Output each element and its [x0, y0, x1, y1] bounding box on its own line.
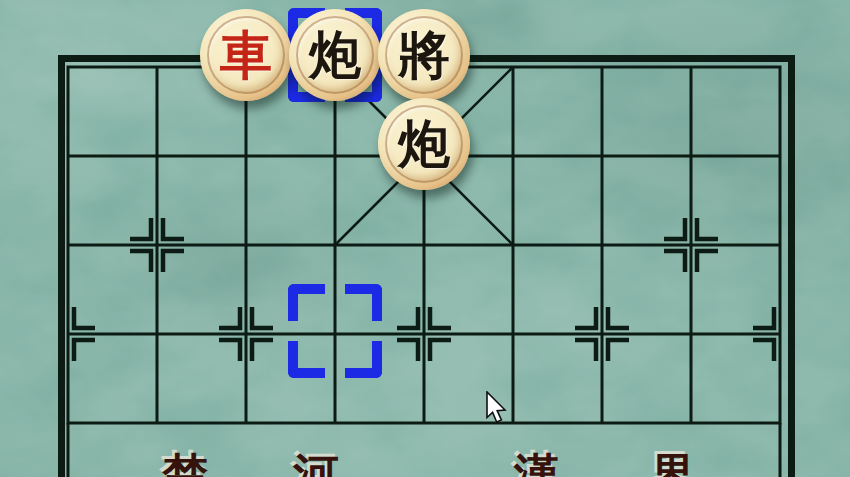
- piece-glyph: 炮: [398, 118, 450, 170]
- piece-face: 炮: [385, 105, 463, 183]
- position-marker-h8: [697, 251, 718, 272]
- position-marker-h8: [664, 218, 685, 239]
- position-marker-h8: [697, 218, 718, 239]
- position-marker-e7: [397, 340, 418, 361]
- position-marker-a7: [74, 307, 95, 328]
- piece-face: 將: [385, 16, 463, 94]
- position-marker-a7: [74, 340, 95, 361]
- piece-face: 車: [207, 16, 285, 94]
- position-marker-c7: [252, 307, 273, 328]
- river-char: 界: [649, 448, 696, 477]
- piece-glyph: 將: [398, 29, 450, 81]
- position-marker-e7: [430, 307, 451, 328]
- position-marker-g7: [575, 307, 596, 328]
- position-marker-h8: [664, 251, 685, 272]
- piece-glyph: 車: [220, 29, 272, 81]
- position-marker-i7: [753, 307, 774, 328]
- position-marker-e7: [430, 340, 451, 361]
- river-char: 河: [292, 448, 339, 477]
- xiangqi-board[interactable]: 楚楚河河漢漢界界 車炮將炮: [0, 0, 850, 477]
- move-highlight-d7: [288, 284, 382, 378]
- position-marker-b8: [163, 251, 184, 272]
- position-marker-c7: [252, 340, 273, 361]
- position-marker-g7: [575, 340, 596, 361]
- position-marker-b8: [130, 218, 151, 239]
- piece-red-chariot-c10[interactable]: 車: [200, 9, 292, 101]
- position-marker-c7: [219, 307, 240, 328]
- position-marker-e7: [397, 307, 418, 328]
- piece-black-general-e10[interactable]: 將: [378, 9, 470, 101]
- position-marker-c7: [219, 340, 240, 361]
- piece-black-cannon-e9[interactable]: 炮: [378, 98, 470, 190]
- piece-black-cannon-d10[interactable]: 炮: [289, 9, 381, 101]
- piece-face: 炮: [296, 16, 374, 94]
- piece-glyph: 炮: [309, 29, 361, 81]
- river-char: 楚: [161, 448, 208, 477]
- position-marker-g7: [608, 307, 629, 328]
- mouse-cursor-icon: [486, 391, 516, 427]
- position-marker-b8: [163, 218, 184, 239]
- position-marker-b8: [130, 251, 151, 272]
- river-char: 漢: [513, 448, 560, 477]
- position-marker-i7: [753, 340, 774, 361]
- position-marker-g7: [608, 340, 629, 361]
